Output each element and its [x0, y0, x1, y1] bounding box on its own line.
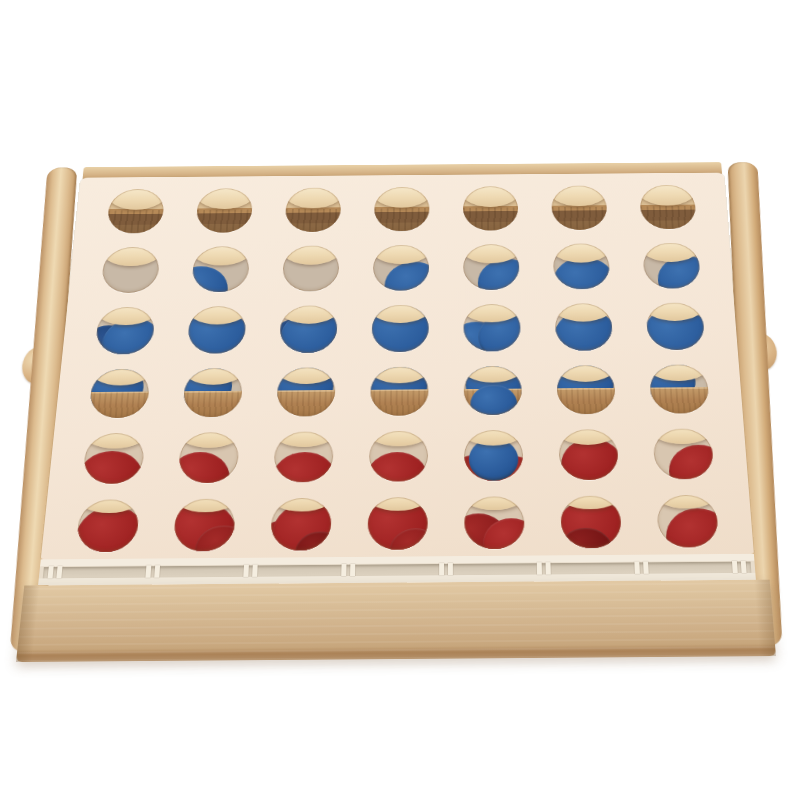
- hole-edge-ring: [463, 304, 520, 352]
- hole-r5c5: [464, 430, 523, 481]
- hole-edge-ring: [646, 303, 706, 351]
- hole-edge-ring: [76, 499, 141, 552]
- board-plane: [22, 168, 770, 662]
- hole-r2c1: [101, 247, 161, 293]
- hole-r1c4: [374, 187, 430, 232]
- hole-edge-ring: [373, 245, 429, 291]
- hole-r4c6: [556, 365, 616, 414]
- hole-r5c3: [273, 431, 334, 482]
- hole-r1c3: [285, 188, 342, 233]
- hole-r6c1: [76, 499, 141, 552]
- hole-r3c6: [555, 303, 614, 351]
- hole-r2c2: [191, 246, 250, 292]
- hole-edge-ring: [270, 498, 332, 551]
- slot-divider-tab: [350, 564, 355, 576]
- hole-edge-ring: [101, 247, 161, 293]
- hole-edge-ring: [187, 306, 247, 354]
- slot-divider-tab: [341, 564, 346, 576]
- slot-divider-tab: [546, 562, 551, 574]
- hole-r5c6: [558, 429, 619, 480]
- slot-divider-tab: [732, 561, 738, 573]
- hole-r2c7: [642, 243, 701, 289]
- hole-edge-ring: [367, 497, 428, 550]
- product-photo-stage: [0, 0, 800, 800]
- hole-r5c4: [369, 431, 428, 482]
- hole-r6c7: [656, 495, 719, 548]
- hole-edge-ring: [555, 303, 614, 351]
- hole-r2c5: [463, 244, 519, 290]
- hole-edge-ring: [371, 305, 428, 353]
- hole-r2c4: [373, 245, 429, 291]
- hole-r1c1: [106, 189, 165, 234]
- hole-edge-ring: [285, 188, 342, 233]
- hole-edge-ring: [95, 307, 156, 355]
- hole-edge-ring: [464, 430, 523, 481]
- hole-r1c5: [463, 186, 519, 231]
- hole-r4c7: [649, 364, 710, 413]
- slot-divider-tab: [145, 565, 151, 577]
- hole-r5c2: [178, 432, 240, 483]
- hole-edge-ring: [370, 367, 428, 416]
- hole-r6c2: [173, 499, 236, 552]
- hole-edge-ring: [656, 495, 719, 548]
- hole-edge-ring: [88, 369, 150, 418]
- hole-r6c3: [270, 498, 332, 551]
- hole-edge-ring: [374, 187, 430, 232]
- hole-r4c5: [464, 366, 522, 415]
- hole-r3c1: [95, 307, 156, 355]
- hole-edge-ring: [463, 244, 519, 290]
- hole-edge-ring: [639, 185, 697, 230]
- slot-divider-tab: [243, 565, 249, 577]
- slot-divider-tab: [154, 565, 160, 577]
- hole-r4c3: [276, 367, 336, 416]
- hole-edge-ring: [273, 431, 334, 482]
- hole-edge-ring: [173, 499, 236, 552]
- hole-r2c3: [282, 245, 340, 291]
- hole-r1c2: [195, 188, 253, 233]
- slot-divider-tab: [439, 563, 444, 575]
- hole-r3c7: [646, 303, 706, 351]
- hole-edge-ring: [652, 428, 714, 479]
- box-front-panel: [16, 580, 776, 662]
- hole-r5c1: [82, 433, 145, 484]
- hole-r3c2: [187, 306, 247, 354]
- slot-divider-tab: [252, 565, 257, 577]
- hole-edge-ring: [560, 496, 622, 549]
- connect-four-game-box: [22, 41, 778, 662]
- hole-edge-ring: [556, 365, 616, 414]
- hole-r1c6: [551, 185, 608, 230]
- hole-edge-ring: [191, 246, 250, 292]
- hole-edge-ring: [464, 366, 522, 415]
- hole-edge-ring: [558, 429, 619, 480]
- hole-edge-ring: [551, 185, 608, 230]
- hole-r4c1: [88, 369, 150, 418]
- hole-r2c6: [553, 243, 611, 289]
- slot-divider-tab: [634, 562, 639, 574]
- hole-edge-ring: [649, 364, 710, 413]
- hole-r6c6: [560, 496, 622, 549]
- slot-divider-tab: [448, 563, 453, 575]
- hole-edge-ring: [82, 433, 145, 484]
- hole-edge-ring: [369, 431, 428, 482]
- hole-edge-ring: [182, 368, 243, 417]
- hole-edge-ring: [463, 186, 519, 231]
- hole-edge-ring: [178, 432, 240, 483]
- hole-edge-ring: [279, 305, 338, 353]
- hole-r4c2: [182, 368, 243, 417]
- hole-edge-ring: [642, 243, 701, 289]
- hole-r3c3: [279, 305, 338, 353]
- slot-divider-tab: [741, 561, 747, 573]
- hole-edge-ring: [276, 367, 336, 416]
- hole-edge-ring: [195, 188, 253, 233]
- hole-r5c7: [652, 428, 714, 479]
- hole-edge-ring: [106, 189, 165, 234]
- hole-r3c5: [463, 304, 520, 352]
- hole-edge-ring: [282, 245, 340, 291]
- hole-r6c4: [367, 497, 428, 550]
- board-face-panel: [41, 173, 754, 560]
- hole-r4c4: [370, 367, 428, 416]
- hole-edge-ring: [553, 243, 611, 289]
- slot-divider-tab: [643, 562, 649, 574]
- slot-divider-tab: [537, 562, 542, 574]
- hole-r3c4: [371, 305, 428, 353]
- hole-r1c7: [639, 185, 697, 230]
- hole-edge-ring: [464, 496, 525, 549]
- hole-r6c5: [464, 496, 525, 549]
